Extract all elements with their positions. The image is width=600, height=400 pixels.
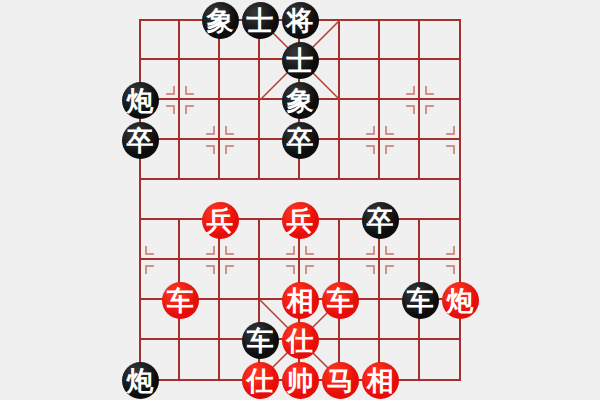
piece-red-soldier[interactable]: 兵 [282,202,319,239]
board-cell [380,60,420,100]
piece-black-advisor[interactable]: 士 [282,42,319,79]
board-cell [180,60,220,100]
board-cell [420,20,460,60]
board-cell [380,100,420,140]
piece-black-chariot[interactable]: 车 [242,322,279,359]
xiangqi-app: 象士将士炮象卒卒兵兵卒车相车车炮车仕炮仕帅马相 [0,0,600,400]
xiangqi-board: 象士将士炮象卒卒兵兵卒车相车车炮车仕炮仕帅马相 [140,20,460,380]
board-cell [180,100,220,140]
board-cell [340,60,380,100]
piece-red-advisor[interactable]: 仕 [242,362,279,399]
board-cell [420,340,460,380]
piece-black-general[interactable]: 将 [282,2,319,39]
board-cell [420,180,460,220]
board-cell [140,220,180,260]
board-cell [340,140,380,180]
piece-black-advisor[interactable]: 士 [242,2,279,39]
piece-black-soldier[interactable]: 卒 [282,122,319,159]
piece-red-soldier[interactable]: 兵 [202,202,239,239]
piece-black-cannon[interactable]: 炮 [122,82,159,119]
board-cell [420,60,460,100]
board-cell [220,140,260,180]
board-cell [220,100,260,140]
board-cell [340,100,380,140]
piece-black-soldier[interactable]: 卒 [122,122,159,159]
piece-red-chariot[interactable]: 车 [162,282,199,319]
board-cell [180,140,220,180]
board-cell [420,220,460,260]
board-cell [420,140,460,180]
piece-black-soldier[interactable]: 卒 [362,202,399,239]
board-cell [380,140,420,180]
board-cell [220,260,260,300]
board-cell [340,20,380,60]
piece-red-horse[interactable]: 马 [322,362,359,399]
board-cell [220,60,260,100]
piece-black-cannon[interactable]: 炮 [122,362,159,399]
board-cell [380,20,420,60]
piece-red-elephant[interactable]: 相 [282,282,319,319]
piece-red-cannon[interactable]: 炮 [442,282,479,319]
board-cell [420,100,460,140]
piece-black-chariot[interactable]: 车 [402,282,439,319]
piece-black-elephant[interactable]: 象 [282,82,319,119]
piece-red-chariot[interactable]: 车 [322,282,359,319]
piece-red-general[interactable]: 帅 [282,362,319,399]
piece-red-advisor[interactable]: 仕 [282,322,319,359]
board-cell [180,340,220,380]
board-cell [140,180,180,220]
piece-red-elephant[interactable]: 相 [362,362,399,399]
piece-black-elephant[interactable]: 象 [202,2,239,39]
board-cell [140,20,180,60]
